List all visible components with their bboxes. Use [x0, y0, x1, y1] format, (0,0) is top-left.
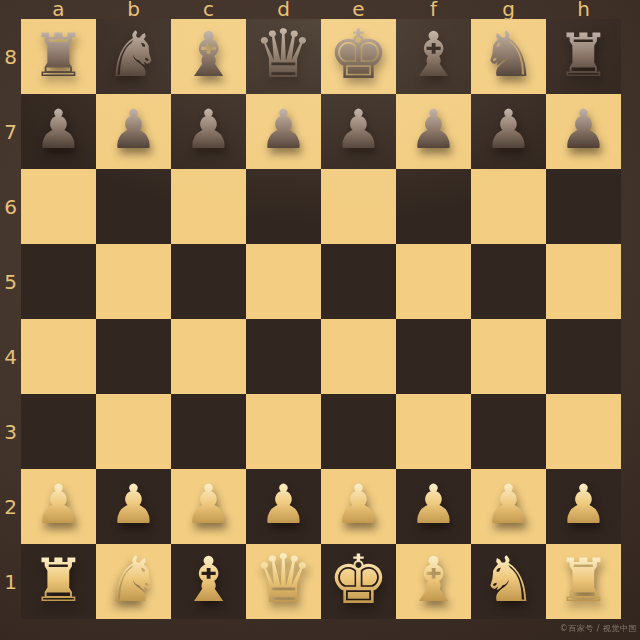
square-f8[interactable]: ♝	[396, 19, 471, 94]
square-a6[interactable]	[21, 169, 96, 244]
square-e2[interactable]: ♟	[321, 469, 396, 544]
square-g7[interactable]: ♟	[471, 94, 546, 169]
square-f7[interactable]: ♟	[396, 94, 471, 169]
square-c3[interactable]	[171, 394, 246, 469]
square-c6[interactable]	[171, 169, 246, 244]
rank-label-1: 1	[0, 544, 21, 619]
square-e4[interactable]	[321, 319, 396, 394]
square-a4[interactable]	[21, 319, 96, 394]
rank-label-6: 6	[0, 169, 21, 244]
square-d8[interactable]: ♛	[246, 19, 321, 94]
white-rook[interactable]: ♜	[32, 550, 86, 610]
black-rook[interactable]: ♜	[557, 25, 611, 85]
file-label-a: a	[21, 0, 96, 20]
black-pawn[interactable]: ♟	[484, 103, 532, 157]
file-label-d: d	[246, 0, 321, 20]
square-a2[interactable]: ♟	[21, 469, 96, 544]
rank-label-3: 3	[0, 394, 21, 469]
black-queen[interactable]: ♛	[253, 21, 313, 88]
chess-board: ♜♞♝♛♚♝♞♜♟♟♟♟♟♟♟♟♟♟♟♟♟♟♟♟♜♞♝♛♚♝♞♜	[21, 19, 621, 619]
square-f1[interactable]: ♝	[396, 544, 471, 619]
black-pawn[interactable]: ♟	[409, 103, 457, 157]
square-h5[interactable]	[546, 244, 621, 319]
square-d7[interactable]: ♟	[246, 94, 321, 169]
file-label-b: b	[96, 0, 171, 20]
file-label-c: c	[171, 0, 246, 20]
square-g1[interactable]: ♞	[471, 544, 546, 619]
square-f5[interactable]	[396, 244, 471, 319]
rank-label-7: 7	[0, 94, 21, 169]
rank-label-8: 8	[0, 19, 21, 94]
square-h6[interactable]	[546, 169, 621, 244]
square-b7[interactable]: ♟	[96, 94, 171, 169]
square-e1[interactable]: ♚	[321, 544, 396, 619]
black-pawn[interactable]: ♟	[559, 103, 607, 157]
square-d6[interactable]	[246, 169, 321, 244]
square-e5[interactable]	[321, 244, 396, 319]
square-e3[interactable]	[321, 394, 396, 469]
white-pawn[interactable]: ♟	[259, 478, 307, 532]
white-pawn[interactable]: ♟	[484, 478, 532, 532]
square-b1[interactable]: ♞	[96, 544, 171, 619]
white-pawn[interactable]: ♟	[559, 478, 607, 532]
square-e6[interactable]	[321, 169, 396, 244]
square-g2[interactable]: ♟	[471, 469, 546, 544]
square-d1[interactable]: ♛	[246, 544, 321, 619]
square-f3[interactable]	[396, 394, 471, 469]
square-h4[interactable]	[546, 319, 621, 394]
square-d5[interactable]	[246, 244, 321, 319]
white-pawn[interactable]: ♟	[334, 478, 382, 532]
file-label-e: e	[321, 0, 396, 20]
watermark: ©百家号 / 视觉中国	[560, 623, 637, 634]
black-rook[interactable]: ♜	[32, 25, 86, 85]
square-a8[interactable]: ♜	[21, 19, 96, 94]
square-d2[interactable]: ♟	[246, 469, 321, 544]
square-h2[interactable]: ♟	[546, 469, 621, 544]
white-pawn[interactable]: ♟	[409, 478, 457, 532]
white-pawn[interactable]: ♟	[184, 478, 232, 532]
white-queen[interactable]: ♛	[253, 546, 313, 613]
white-king[interactable]: ♚	[328, 546, 389, 614]
square-f4[interactable]	[396, 319, 471, 394]
white-pawn[interactable]: ♟	[109, 478, 157, 532]
square-c4[interactable]	[171, 319, 246, 394]
square-h7[interactable]: ♟	[546, 94, 621, 169]
square-c7[interactable]: ♟	[171, 94, 246, 169]
black-bishop[interactable]: ♝	[181, 24, 237, 86]
chess-app: ♜♞♝♛♚♝♞♜♟♟♟♟♟♟♟♟♟♟♟♟♟♟♟♟♜♞♝♛♚♝♞♜ abcdefg…	[0, 0, 640, 640]
white-rook[interactable]: ♜	[557, 550, 611, 610]
white-knight[interactable]: ♞	[480, 548, 536, 611]
square-d3[interactable]	[246, 394, 321, 469]
square-a5[interactable]	[21, 244, 96, 319]
square-e7[interactable]: ♟	[321, 94, 396, 169]
square-g8[interactable]: ♞	[471, 19, 546, 94]
square-b4[interactable]	[96, 319, 171, 394]
square-b8[interactable]: ♞	[96, 19, 171, 94]
black-king[interactable]: ♚	[328, 21, 389, 89]
square-a7[interactable]: ♟	[21, 94, 96, 169]
square-c8[interactable]: ♝	[171, 19, 246, 94]
square-c1[interactable]: ♝	[171, 544, 246, 619]
black-pawn[interactable]: ♟	[334, 103, 382, 157]
square-a1[interactable]: ♜	[21, 544, 96, 619]
black-pawn[interactable]: ♟	[184, 103, 232, 157]
white-bishop[interactable]: ♝	[406, 549, 462, 611]
square-b2[interactable]: ♟	[96, 469, 171, 544]
white-knight[interactable]: ♞	[105, 548, 161, 611]
file-label-f: f	[396, 0, 471, 20]
black-pawn[interactable]: ♟	[34, 103, 82, 157]
black-knight[interactable]: ♞	[105, 23, 161, 86]
square-e8[interactable]: ♚	[321, 19, 396, 94]
rank-label-4: 4	[0, 319, 21, 394]
file-label-g: g	[471, 0, 546, 20]
square-h3[interactable]	[546, 394, 621, 469]
black-bishop[interactable]: ♝	[406, 24, 462, 86]
square-f2[interactable]: ♟	[396, 469, 471, 544]
rank-label-2: 2	[0, 469, 21, 544]
square-b3[interactable]	[96, 394, 171, 469]
square-h8[interactable]: ♜	[546, 19, 621, 94]
square-g4[interactable]	[471, 319, 546, 394]
square-d4[interactable]	[246, 319, 321, 394]
square-a3[interactable]	[21, 394, 96, 469]
square-c5[interactable]	[171, 244, 246, 319]
black-knight[interactable]: ♞	[480, 23, 536, 86]
square-g5[interactable]	[471, 244, 546, 319]
black-pawn[interactable]: ♟	[109, 103, 157, 157]
square-g6[interactable]	[471, 169, 546, 244]
square-g3[interactable]	[471, 394, 546, 469]
square-c2[interactable]: ♟	[171, 469, 246, 544]
square-b5[interactable]	[96, 244, 171, 319]
square-f6[interactable]	[396, 169, 471, 244]
square-b6[interactable]	[96, 169, 171, 244]
square-h1[interactable]: ♜	[546, 544, 621, 619]
white-pawn[interactable]: ♟	[34, 478, 82, 532]
black-pawn[interactable]: ♟	[259, 103, 307, 157]
file-label-h: h	[546, 0, 621, 20]
rank-label-5: 5	[0, 244, 21, 319]
white-bishop[interactable]: ♝	[181, 549, 237, 611]
